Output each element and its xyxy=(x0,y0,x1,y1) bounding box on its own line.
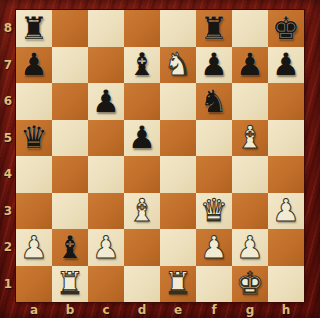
square-h1[interactable] xyxy=(268,266,304,303)
square-a3[interactable] xyxy=(16,193,52,230)
square-c5[interactable] xyxy=(88,120,124,157)
square-b6[interactable] xyxy=(52,83,88,120)
black-pawn[interactable]: ♟ xyxy=(124,120,160,157)
square-b1[interactable]: ♜ xyxy=(52,266,88,303)
rank-label-1: 1 xyxy=(0,266,16,303)
white-bishop[interactable]: ♝ xyxy=(232,120,268,157)
white-pawn[interactable]: ♟ xyxy=(232,229,268,266)
square-g4[interactable] xyxy=(232,156,268,193)
black-pawn[interactable]: ♟ xyxy=(16,47,52,84)
rank-label-8: 8 xyxy=(0,10,16,47)
square-a6[interactable] xyxy=(16,83,52,120)
square-g2[interactable]: ♟ xyxy=(232,229,268,266)
rank-label-4: 4 xyxy=(0,156,16,193)
file-label-a: a xyxy=(16,302,52,318)
square-a8[interactable]: ♜ xyxy=(16,10,52,47)
square-d2[interactable] xyxy=(124,229,160,266)
black-bishop[interactable]: ♝ xyxy=(52,229,88,266)
square-h7[interactable]: ♟ xyxy=(268,47,304,84)
square-h6[interactable] xyxy=(268,83,304,120)
white-knight[interactable]: ♞ xyxy=(160,47,196,84)
square-b2[interactable]: ♝ xyxy=(52,229,88,266)
square-h4[interactable] xyxy=(268,156,304,193)
chess-board: ♜♜♚♟♝♞♟♟♟♟♞♛♟♝♝♛♟♟♝♟♟♟♜♜♚ xyxy=(16,10,304,302)
black-bishop[interactable]: ♝ xyxy=(124,47,160,84)
square-h3[interactable]: ♟ xyxy=(268,193,304,230)
black-knight[interactable]: ♞ xyxy=(196,83,232,120)
rank-labels: 87654321 xyxy=(0,10,16,302)
square-a7[interactable]: ♟ xyxy=(16,47,52,84)
square-b7[interactable] xyxy=(52,47,88,84)
file-label-d: d xyxy=(124,302,160,318)
white-king[interactable]: ♚ xyxy=(232,266,268,303)
square-c4[interactable] xyxy=(88,156,124,193)
black-pawn[interactable]: ♟ xyxy=(268,47,304,84)
square-e8[interactable] xyxy=(160,10,196,47)
white-rook[interactable]: ♜ xyxy=(52,266,88,303)
file-label-h: h xyxy=(268,302,304,318)
white-bishop[interactable]: ♝ xyxy=(124,193,160,230)
white-pawn[interactable]: ♟ xyxy=(88,229,124,266)
square-f2[interactable]: ♟ xyxy=(196,229,232,266)
square-c8[interactable] xyxy=(88,10,124,47)
square-d6[interactable] xyxy=(124,83,160,120)
square-d7[interactable]: ♝ xyxy=(124,47,160,84)
rank-label-5: 5 xyxy=(0,120,16,157)
square-g8[interactable] xyxy=(232,10,268,47)
file-labels: abcdefgh xyxy=(16,302,304,318)
square-e5[interactable] xyxy=(160,120,196,157)
square-e2[interactable] xyxy=(160,229,196,266)
file-label-g: g xyxy=(232,302,268,318)
square-f7[interactable]: ♟ xyxy=(196,47,232,84)
chess-board-frame: 87654321 ♜♜♚♟♝♞♟♟♟♟♞♛♟♝♝♛♟♟♝♟♟♟♜♜♚ abcde… xyxy=(0,0,320,318)
white-pawn[interactable]: ♟ xyxy=(196,229,232,266)
rank-label-7: 7 xyxy=(0,47,16,84)
black-queen[interactable]: ♛ xyxy=(16,120,52,157)
black-king[interactable]: ♚ xyxy=(268,10,304,47)
square-f6[interactable]: ♞ xyxy=(196,83,232,120)
square-f3[interactable]: ♛ xyxy=(196,193,232,230)
square-e1[interactable]: ♜ xyxy=(160,266,196,303)
square-e4[interactable] xyxy=(160,156,196,193)
rank-label-6: 6 xyxy=(0,83,16,120)
square-d1[interactable] xyxy=(124,266,160,303)
square-f5[interactable] xyxy=(196,120,232,157)
square-g1[interactable]: ♚ xyxy=(232,266,268,303)
square-e6[interactable] xyxy=(160,83,196,120)
square-d3[interactable]: ♝ xyxy=(124,193,160,230)
square-e3[interactable] xyxy=(160,193,196,230)
square-c6[interactable]: ♟ xyxy=(88,83,124,120)
square-a2[interactable]: ♟ xyxy=(16,229,52,266)
square-c3[interactable] xyxy=(88,193,124,230)
square-f1[interactable] xyxy=(196,266,232,303)
square-f8[interactable]: ♜ xyxy=(196,10,232,47)
white-rook[interactable]: ♜ xyxy=(160,266,196,303)
file-label-b: b xyxy=(52,302,88,318)
square-c7[interactable] xyxy=(88,47,124,84)
square-b3[interactable] xyxy=(52,193,88,230)
square-e7[interactable]: ♞ xyxy=(160,47,196,84)
square-a1[interactable] xyxy=(16,266,52,303)
file-label-e: e xyxy=(160,302,196,318)
rank-label-2: 2 xyxy=(0,229,16,266)
square-d5[interactable]: ♟ xyxy=(124,120,160,157)
square-h5[interactable] xyxy=(268,120,304,157)
black-pawn[interactable]: ♟ xyxy=(232,47,268,84)
square-g3[interactable] xyxy=(232,193,268,230)
black-pawn[interactable]: ♟ xyxy=(88,83,124,120)
file-label-f: f xyxy=(196,302,232,318)
square-a4[interactable] xyxy=(16,156,52,193)
square-g5[interactable]: ♝ xyxy=(232,120,268,157)
square-f4[interactable] xyxy=(196,156,232,193)
square-d4[interactable] xyxy=(124,156,160,193)
square-b4[interactable] xyxy=(52,156,88,193)
square-c2[interactable]: ♟ xyxy=(88,229,124,266)
black-rook[interactable]: ♜ xyxy=(16,10,52,47)
square-c1[interactable] xyxy=(88,266,124,303)
square-d8[interactable] xyxy=(124,10,160,47)
square-g7[interactable]: ♟ xyxy=(232,47,268,84)
white-pawn[interactable]: ♟ xyxy=(268,193,304,230)
white-pawn[interactable]: ♟ xyxy=(16,229,52,266)
black-rook[interactable]: ♜ xyxy=(196,10,232,47)
white-queen[interactable]: ♛ xyxy=(196,193,232,230)
square-b8[interactable] xyxy=(52,10,88,47)
file-label-c: c xyxy=(88,302,124,318)
square-g6[interactable] xyxy=(232,83,268,120)
rank-label-3: 3 xyxy=(0,193,16,230)
square-h2[interactable] xyxy=(268,229,304,266)
square-h8[interactable]: ♚ xyxy=(268,10,304,47)
square-a5[interactable]: ♛ xyxy=(16,120,52,157)
black-pawn[interactable]: ♟ xyxy=(196,47,232,84)
square-b5[interactable] xyxy=(52,120,88,157)
